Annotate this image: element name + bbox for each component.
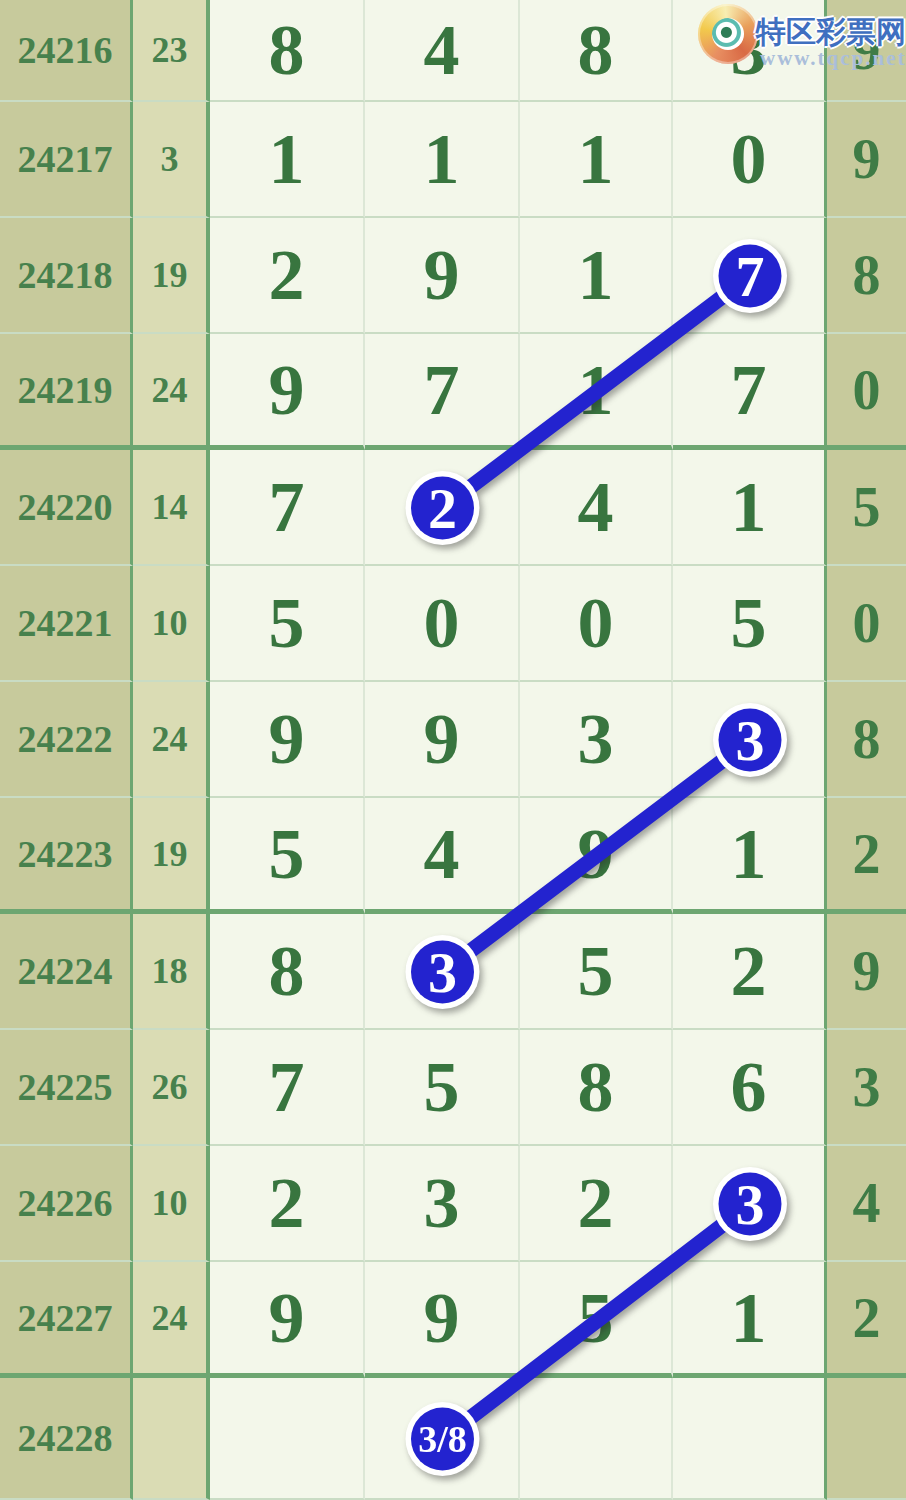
cell-24216-digit2: 4 bbox=[365, 0, 520, 102]
cell-24227-digit1: 9 bbox=[210, 1262, 365, 1378]
site-logo-swirl-center-icon bbox=[712, 18, 744, 50]
cell-24219-digit2: 7 bbox=[365, 334, 520, 450]
cell-24224-extra: 9 bbox=[827, 914, 906, 1030]
cell-24216-sum: 23 bbox=[133, 0, 210, 102]
cell-24217-digit4: 0 bbox=[673, 102, 827, 218]
cell-24224-period: 24224 bbox=[0, 914, 133, 1030]
site-watermark: 特区彩票网 www.tqcp.net bbox=[698, 2, 906, 80]
cell-24228-digit2 bbox=[365, 1378, 520, 1500]
cell-24221-sum: 10 bbox=[133, 566, 210, 682]
cell-24216-digit3: 8 bbox=[520, 0, 673, 102]
cell-24218-extra: 8 bbox=[827, 218, 906, 334]
cell-24219-sum: 24 bbox=[133, 334, 210, 450]
cell-24221-digit2: 0 bbox=[365, 566, 520, 682]
cell-24222-period: 24222 bbox=[0, 682, 133, 798]
cell-24228-digit1 bbox=[210, 1378, 365, 1500]
cell-24218-digit3: 1 bbox=[520, 218, 673, 334]
cell-24217-digit1: 1 bbox=[210, 102, 365, 218]
cell-24221-period: 24221 bbox=[0, 566, 133, 682]
cell-24224-digit4: 2 bbox=[673, 914, 827, 1030]
cell-24218-period: 24218 bbox=[0, 218, 133, 334]
cell-24224-digit3: 5 bbox=[520, 914, 673, 1030]
cell-24228-digit3 bbox=[520, 1378, 673, 1500]
cell-24226-digit3: 2 bbox=[520, 1146, 673, 1262]
cell-24225-extra: 3 bbox=[827, 1030, 906, 1146]
cell-24228-digit4 bbox=[673, 1378, 827, 1500]
cell-24222-sum: 24 bbox=[133, 682, 210, 798]
cell-24221-digit1: 5 bbox=[210, 566, 365, 682]
cell-24216-digit1: 8 bbox=[210, 0, 365, 102]
cell-24222-digit3: 3 bbox=[520, 682, 673, 798]
cell-24225-digit2: 5 bbox=[365, 1030, 520, 1146]
cell-24221-extra: 0 bbox=[827, 566, 906, 682]
cell-24223-digit3: 9 bbox=[520, 798, 673, 914]
cell-24226-digit2: 3 bbox=[365, 1146, 520, 1262]
cell-24221-digit3: 0 bbox=[520, 566, 673, 682]
cell-24225-digit4: 6 bbox=[673, 1030, 827, 1146]
cell-24228-sum bbox=[133, 1378, 210, 1500]
cell-24225-digit1: 7 bbox=[210, 1030, 365, 1146]
cell-24218-sum: 19 bbox=[133, 218, 210, 334]
cell-24227-extra: 2 bbox=[827, 1262, 906, 1378]
lottery-trend-chart: 2421623848392421731110924218192917824219… bbox=[0, 0, 906, 1500]
cell-24222-extra: 8 bbox=[827, 682, 906, 798]
cell-24220-digit1: 7 bbox=[210, 450, 365, 566]
cell-24224-digit1: 8 bbox=[210, 914, 365, 1030]
cell-24220-digit3: 4 bbox=[520, 450, 673, 566]
cell-24220-sum: 14 bbox=[133, 450, 210, 566]
site-url: www.tqcp.net bbox=[760, 46, 906, 71]
cell-24219-digit1: 9 bbox=[210, 334, 365, 450]
cell-24220-extra: 5 bbox=[827, 450, 906, 566]
cell-24227-digit3: 5 bbox=[520, 1262, 673, 1378]
cell-24217-period: 24217 bbox=[0, 102, 133, 218]
draw-history-grid: 2421623848392421731110924218192917824219… bbox=[0, 0, 906, 1500]
site-logo-swirl-icon bbox=[698, 4, 758, 64]
cell-24219-digit3: 1 bbox=[520, 334, 673, 450]
cell-24223-digit2: 4 bbox=[365, 798, 520, 914]
cell-24226-digit4: 3 bbox=[673, 1146, 827, 1262]
cell-24227-sum: 24 bbox=[133, 1262, 210, 1378]
cell-24223-period: 24223 bbox=[0, 798, 133, 914]
cell-24217-sum: 3 bbox=[133, 102, 210, 218]
cell-24219-period: 24219 bbox=[0, 334, 133, 450]
cell-24226-digit1: 2 bbox=[210, 1146, 365, 1262]
cell-24220-digit4: 1 bbox=[673, 450, 827, 566]
cell-24226-sum: 10 bbox=[133, 1146, 210, 1262]
cell-24226-period: 24226 bbox=[0, 1146, 133, 1262]
cell-24218-digit2: 9 bbox=[365, 218, 520, 334]
cell-24228-period: 24228 bbox=[0, 1378, 133, 1500]
cell-24223-sum: 19 bbox=[133, 798, 210, 914]
cell-24227-period: 24227 bbox=[0, 1262, 133, 1378]
cell-24226-extra: 4 bbox=[827, 1146, 906, 1262]
cell-24225-digit3: 8 bbox=[520, 1030, 673, 1146]
cell-24219-extra: 0 bbox=[827, 334, 906, 450]
cell-24223-extra: 2 bbox=[827, 798, 906, 914]
cell-24223-digit4: 1 bbox=[673, 798, 827, 914]
cell-24224-sum: 18 bbox=[133, 914, 210, 1030]
cell-24228-extra bbox=[827, 1378, 906, 1500]
cell-24224-digit2: 3 bbox=[365, 914, 520, 1030]
cell-24220-period: 24220 bbox=[0, 450, 133, 566]
cell-24221-digit4: 5 bbox=[673, 566, 827, 682]
cell-24222-digit1: 9 bbox=[210, 682, 365, 798]
cell-24218-digit4: 7 bbox=[673, 218, 827, 334]
cell-24216-period: 24216 bbox=[0, 0, 133, 102]
cell-24223-digit1: 5 bbox=[210, 798, 365, 914]
cell-24218-digit1: 2 bbox=[210, 218, 365, 334]
cell-24217-extra: 9 bbox=[827, 102, 906, 218]
cell-24222-digit2: 9 bbox=[365, 682, 520, 798]
cell-24217-digit3: 1 bbox=[520, 102, 673, 218]
cell-24225-period: 24225 bbox=[0, 1030, 133, 1146]
cell-24220-digit2: 2 bbox=[365, 450, 520, 566]
cell-24225-sum: 26 bbox=[133, 1030, 210, 1146]
cell-24227-digit2: 9 bbox=[365, 1262, 520, 1378]
cell-24219-digit4: 7 bbox=[673, 334, 827, 450]
cell-24217-digit2: 1 bbox=[365, 102, 520, 218]
cell-24222-digit4: 3 bbox=[673, 682, 827, 798]
cell-24227-digit4: 1 bbox=[673, 1262, 827, 1378]
